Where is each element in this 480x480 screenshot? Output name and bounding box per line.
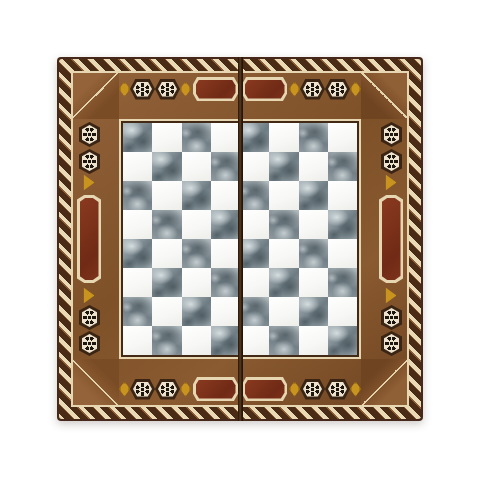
- gold-diamond-inlay: [180, 382, 191, 397]
- square-d5[interactable]: [211, 210, 240, 239]
- frame-strip-left: [73, 119, 105, 359]
- square-b7[interactable]: [152, 152, 181, 181]
- rosette-inlay: [79, 305, 100, 330]
- square-a3[interactable]: [123, 268, 152, 297]
- gold-diamond-inlay: [119, 382, 130, 397]
- square-g2[interactable]: [299, 297, 328, 326]
- square-g6[interactable]: [299, 181, 328, 210]
- square-h8[interactable]: [328, 123, 357, 152]
- frame-corner-bottom-left: [73, 359, 119, 405]
- square-c8[interactable]: [182, 123, 211, 152]
- square-d6[interactable]: [211, 181, 240, 210]
- rosette-inlay: [155, 79, 180, 100]
- rosette-inlay: [325, 379, 350, 400]
- square-g5[interactable]: [299, 210, 328, 239]
- square-a8[interactable]: [123, 123, 152, 152]
- square-d2[interactable]: [211, 297, 240, 326]
- frame-corner-top-right: [361, 73, 407, 119]
- square-c2[interactable]: [182, 297, 211, 326]
- square-h5[interactable]: [328, 210, 357, 239]
- red-cartouche-inlay: [242, 77, 287, 101]
- square-a6[interactable]: [123, 181, 152, 210]
- square-g7[interactable]: [299, 152, 328, 181]
- square-f8[interactable]: [269, 123, 298, 152]
- square-e1[interactable]: [240, 326, 269, 355]
- square-h3[interactable]: [328, 268, 357, 297]
- rosette-inlay: [381, 149, 402, 174]
- photo-background: [0, 0, 480, 480]
- square-d3[interactable]: [211, 268, 240, 297]
- rosette-inlay: [381, 331, 402, 356]
- square-d4[interactable]: [211, 239, 240, 268]
- rosette-inlay: [79, 331, 100, 356]
- square-a5[interactable]: [123, 210, 152, 239]
- square-c6[interactable]: [182, 181, 211, 210]
- square-e5[interactable]: [240, 210, 269, 239]
- square-e8[interactable]: [240, 123, 269, 152]
- square-f5[interactable]: [269, 210, 298, 239]
- square-c5[interactable]: [182, 210, 211, 239]
- square-f7[interactable]: [269, 152, 298, 181]
- square-d8[interactable]: [211, 123, 240, 152]
- square-g4[interactable]: [299, 239, 328, 268]
- square-f4[interactable]: [269, 239, 298, 268]
- square-h6[interactable]: [328, 181, 357, 210]
- gold-diamond-inlay: [289, 82, 300, 97]
- red-cartouche-inlay: [242, 377, 287, 401]
- square-a4[interactable]: [123, 239, 152, 268]
- gold-diamond-inlay: [289, 382, 300, 397]
- square-g1[interactable]: [299, 326, 328, 355]
- square-b8[interactable]: [152, 123, 181, 152]
- rosette-inlay: [130, 379, 155, 400]
- square-e7[interactable]: [240, 152, 269, 181]
- square-e3[interactable]: [240, 268, 269, 297]
- square-c4[interactable]: [182, 239, 211, 268]
- frame-corner-top-left: [73, 73, 119, 119]
- rosette-inlay: [79, 149, 100, 174]
- rosette-inlay: [325, 79, 350, 100]
- square-a2[interactable]: [123, 297, 152, 326]
- square-d1[interactable]: [211, 326, 240, 355]
- square-h4[interactable]: [328, 239, 357, 268]
- gold-triangle-inlay: [386, 288, 397, 304]
- rosette-inlay: [300, 379, 325, 400]
- rosette-inlay: [381, 122, 402, 147]
- gold-diamond-inlay: [350, 82, 361, 97]
- square-f6[interactable]: [269, 181, 298, 210]
- rosette-inlay: [155, 379, 180, 400]
- gold-diamond-inlay: [180, 82, 191, 97]
- square-g3[interactable]: [299, 268, 328, 297]
- gold-diamond-inlay: [119, 82, 130, 97]
- square-a7[interactable]: [123, 152, 152, 181]
- rosette-inlay: [79, 122, 100, 147]
- rosette-inlay: [381, 305, 402, 330]
- square-f1[interactable]: [269, 326, 298, 355]
- square-f2[interactable]: [269, 297, 298, 326]
- chessboard: [57, 57, 423, 421]
- red-cartouche-inlay: [193, 377, 238, 401]
- square-c1[interactable]: [182, 326, 211, 355]
- square-d7[interactable]: [211, 152, 240, 181]
- square-h1[interactable]: [328, 326, 357, 355]
- gold-triangle-inlay: [84, 174, 95, 190]
- square-b2[interactable]: [152, 297, 181, 326]
- square-b6[interactable]: [152, 181, 181, 210]
- square-b1[interactable]: [152, 326, 181, 355]
- square-f3[interactable]: [269, 268, 298, 297]
- gold-triangle-inlay: [386, 174, 397, 190]
- square-e2[interactable]: [240, 297, 269, 326]
- square-g8[interactable]: [299, 123, 328, 152]
- frame-strip-right: [375, 119, 407, 359]
- rosette-inlay: [300, 79, 325, 100]
- hinge-fold: [238, 57, 243, 421]
- square-e6[interactable]: [240, 181, 269, 210]
- square-h2[interactable]: [328, 297, 357, 326]
- square-c3[interactable]: [182, 268, 211, 297]
- frame-corner-bottom-right: [361, 359, 407, 405]
- square-b5[interactable]: [152, 210, 181, 239]
- square-a1[interactable]: [123, 326, 152, 355]
- square-b3[interactable]: [152, 268, 181, 297]
- gold-diamond-inlay: [350, 382, 361, 397]
- red-cartouche-inlay: [379, 195, 403, 283]
- red-cartouche-inlay: [193, 77, 238, 101]
- square-h7[interactable]: [328, 152, 357, 181]
- square-b4[interactable]: [152, 239, 181, 268]
- rosette-inlay: [130, 79, 155, 100]
- square-c7[interactable]: [182, 152, 211, 181]
- gold-triangle-inlay: [84, 288, 95, 304]
- square-e4[interactable]: [240, 239, 269, 268]
- red-cartouche-inlay: [77, 195, 101, 283]
